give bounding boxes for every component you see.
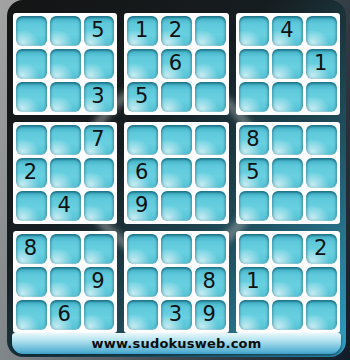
- box-3: 41: [236, 13, 340, 115]
- cell-r5c1[interactable]: 2: [16, 158, 47, 188]
- given-digit: 9: [203, 304, 216, 325]
- cell-r9c1[interactable]: [16, 300, 47, 330]
- given-digit: 4: [57, 195, 70, 216]
- cell-r2c5[interactable]: 6: [161, 49, 192, 79]
- cell-r4c7[interactable]: 8: [239, 125, 270, 155]
- cell-r7c2[interactable]: [50, 234, 81, 264]
- given-digit: 8: [203, 271, 216, 292]
- cell-r4c2[interactable]: [50, 125, 81, 155]
- cell-r6c9[interactable]: [306, 191, 337, 221]
- cell-r4c9[interactable]: [306, 125, 337, 155]
- box-8: 839: [124, 231, 228, 333]
- cell-r2c4[interactable]: [127, 49, 158, 79]
- cell-r8c1[interactable]: [16, 267, 47, 297]
- cell-r3c6[interactable]: [195, 82, 226, 112]
- site-url[interactable]: www.sudokusweb.com: [92, 336, 262, 351]
- cell-r8c8[interactable]: [272, 267, 303, 297]
- cell-r5c5[interactable]: [161, 158, 192, 188]
- box-5: 69: [124, 122, 228, 224]
- cell-r5c6[interactable]: [195, 158, 226, 188]
- cell-r2c2[interactable]: [50, 49, 81, 79]
- cell-r1c1[interactable]: [16, 16, 47, 46]
- given-digit: 6: [169, 53, 182, 74]
- cell-r6c6[interactable]: [195, 191, 226, 221]
- cell-r7c4[interactable]: [127, 234, 158, 264]
- cell-r6c4[interactable]: 9: [127, 191, 158, 221]
- given-digit: 6: [135, 162, 148, 183]
- cell-r6c1[interactable]: [16, 191, 47, 221]
- cell-r8c7[interactable]: 1: [239, 267, 270, 297]
- cell-r7c6[interactable]: [195, 234, 226, 264]
- cell-r9c8[interactable]: [272, 300, 303, 330]
- cell-r3c2[interactable]: [50, 82, 81, 112]
- given-digit: 2: [24, 162, 37, 183]
- cell-r5c2[interactable]: [50, 158, 81, 188]
- cell-r3c4[interactable]: 5: [127, 82, 158, 112]
- cell-r9c7[interactable]: [239, 300, 270, 330]
- cell-r4c1[interactable]: [16, 125, 47, 155]
- cell-r3c9[interactable]: [306, 82, 337, 112]
- given-digit: 3: [91, 86, 104, 107]
- cell-r4c6[interactable]: [195, 125, 226, 155]
- box-9: 21: [236, 231, 340, 333]
- sudoku-grid: 53126541724698589683921: [13, 13, 340, 333]
- given-digit: 8: [24, 238, 37, 259]
- cell-r8c5[interactable]: [161, 267, 192, 297]
- cell-r6c3[interactable]: [84, 191, 115, 221]
- cell-r1c6[interactable]: [195, 16, 226, 46]
- cell-r2c6[interactable]: [195, 49, 226, 79]
- cell-r7c5[interactable]: [161, 234, 192, 264]
- given-digit: 5: [91, 20, 104, 41]
- cell-r5c7[interactable]: 5: [239, 158, 270, 188]
- given-digit: 2: [169, 20, 182, 41]
- cell-r9c2[interactable]: 6: [50, 300, 81, 330]
- cell-r6c8[interactable]: [272, 191, 303, 221]
- cell-r8c4[interactable]: [127, 267, 158, 297]
- cell-r8c6[interactable]: 8: [195, 267, 226, 297]
- cell-r3c1[interactable]: [16, 82, 47, 112]
- box-6: 85: [236, 122, 340, 224]
- cell-r1c2[interactable]: [50, 16, 81, 46]
- given-digit: 7: [91, 129, 104, 150]
- sudoku-board: 53126541724698589683921 www.sudokusweb.c…: [7, 0, 346, 357]
- box-4: 724: [13, 122, 117, 224]
- cell-r1c8[interactable]: 4: [272, 16, 303, 46]
- cell-r9c5[interactable]: 3: [161, 300, 192, 330]
- cell-r5c9[interactable]: [306, 158, 337, 188]
- cell-r4c3[interactable]: 7: [84, 125, 115, 155]
- cell-r7c7[interactable]: [239, 234, 270, 264]
- given-digit: 1: [314, 53, 327, 74]
- cell-r5c4[interactable]: 6: [127, 158, 158, 188]
- cell-r2c3[interactable]: [84, 49, 115, 79]
- cell-r8c9[interactable]: [306, 267, 337, 297]
- given-digit: 8: [246, 129, 259, 150]
- given-digit: 9: [91, 271, 104, 292]
- cell-r1c4[interactable]: 1: [127, 16, 158, 46]
- box-1: 53: [13, 13, 117, 115]
- cell-r3c7[interactable]: [239, 82, 270, 112]
- cell-r3c8[interactable]: [272, 82, 303, 112]
- given-digit: 9: [135, 195, 148, 216]
- box-2: 1265: [124, 13, 228, 115]
- cell-r1c5[interactable]: 2: [161, 16, 192, 46]
- cell-r9c9[interactable]: [306, 300, 337, 330]
- cell-r7c3[interactable]: [84, 234, 115, 264]
- cell-r2c8[interactable]: [272, 49, 303, 79]
- cell-r9c4[interactable]: [127, 300, 158, 330]
- cell-r2c7[interactable]: [239, 49, 270, 79]
- given-digit: 1: [135, 20, 148, 41]
- cell-r2c1[interactable]: [16, 49, 47, 79]
- cell-r6c2[interactable]: 4: [50, 191, 81, 221]
- cell-r5c8[interactable]: [272, 158, 303, 188]
- cell-r8c2[interactable]: [50, 267, 81, 297]
- cell-r1c3[interactable]: 5: [84, 16, 115, 46]
- cell-r2c9[interactable]: 1: [306, 49, 337, 79]
- given-digit: 4: [280, 20, 293, 41]
- cell-r7c9[interactable]: 2: [306, 234, 337, 264]
- cell-r4c4[interactable]: [127, 125, 158, 155]
- box-7: 896: [13, 231, 117, 333]
- cell-r9c6[interactable]: 9: [195, 300, 226, 330]
- cell-r6c5[interactable]: [161, 191, 192, 221]
- footer-bar: www.sudokusweb.com: [12, 333, 341, 354]
- given-digit: 2: [314, 238, 327, 259]
- given-digit: 5: [246, 162, 259, 183]
- cell-r1c7[interactable]: [239, 16, 270, 46]
- given-digit: 1: [246, 271, 259, 292]
- cell-r6c7[interactable]: [239, 191, 270, 221]
- cell-r4c8[interactable]: [272, 125, 303, 155]
- cell-r5c3[interactable]: [84, 158, 115, 188]
- cell-r7c1[interactable]: 8: [16, 234, 47, 264]
- cell-r1c9[interactable]: [306, 16, 337, 46]
- cell-r7c8[interactable]: [272, 234, 303, 264]
- cell-r3c3[interactable]: 3: [84, 82, 115, 112]
- cell-r9c3[interactable]: [84, 300, 115, 330]
- cell-r3c5[interactable]: [161, 82, 192, 112]
- given-digit: 5: [135, 86, 148, 107]
- given-digit: 6: [57, 304, 70, 325]
- given-digit: 3: [169, 304, 182, 325]
- cell-r8c3[interactable]: 9: [84, 267, 115, 297]
- cell-r4c5[interactable]: [161, 125, 192, 155]
